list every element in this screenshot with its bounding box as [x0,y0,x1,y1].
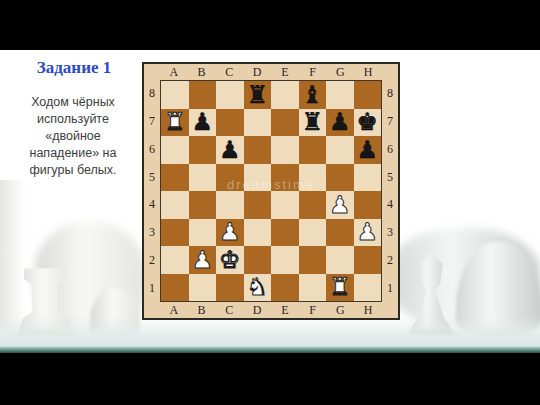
board-squares-area: ♜♝♜♟♜♟♚♟♟♟♟♟♟♚♞♜ dreamstime [160,80,382,302]
square-b7: ♟ [189,109,217,137]
square-b6 [189,136,217,164]
square-e7 [271,109,299,137]
square-c2: ♚ [216,246,244,274]
file-label: F [299,302,327,318]
task-line: используйте [4,111,142,128]
square-d4 [244,191,272,219]
rank-label: 4 [144,191,160,219]
board-grid: ♜♝♜♟♜♟♚♟♟♟♟♟♟♚♞♜ [161,81,381,301]
square-c5 [216,164,244,192]
square-g5 [326,164,354,192]
rank-label: 1 [382,274,398,302]
file-labels-top: ABCDEFGH [160,64,382,80]
glass-table-edge [0,345,540,353]
piece-black-pawn: ♟ [329,110,351,134]
square-h5 [354,164,382,192]
square-e5 [271,164,299,192]
square-b3 [189,219,217,247]
square-h4 [354,191,382,219]
piece-black-rook: ♜ [246,83,268,107]
task-line: «двойное [4,128,142,145]
square-b1 [189,274,217,302]
rank-label: 7 [144,108,160,136]
rank-label: 5 [382,163,398,191]
square-f5 [299,164,327,192]
square-a7: ♜ [161,109,189,137]
rank-label: 8 [144,80,160,108]
square-c4 [216,191,244,219]
piece-white-rook: ♜ [164,110,186,134]
file-label: D [243,64,271,80]
square-c3: ♟ [216,219,244,247]
slide-title: Задание 1 [10,58,138,78]
piece-black-king: ♚ [356,110,378,134]
square-g2 [326,246,354,274]
piece-white-pawn: ♟ [356,220,378,244]
square-b2: ♟ [189,246,217,274]
square-a1 [161,274,189,302]
task-line: фигуры белых. [4,162,142,179]
square-g6 [326,136,354,164]
square-a5 [161,164,189,192]
letterbox-top [0,0,540,50]
file-label: B [188,302,216,318]
square-a2 [161,246,189,274]
piece-black-pawn: ♟ [219,138,241,162]
file-label: C [216,302,244,318]
rank-labels-left: 87654321 [144,80,160,302]
rank-label: 6 [144,136,160,164]
rank-label: 8 [382,80,398,108]
file-label: D [243,302,271,318]
square-e3 [271,219,299,247]
square-f2 [299,246,327,274]
task-line: Ходом чёрных [4,94,142,111]
piece-white-pawn: ♟ [219,220,241,244]
square-f4 [299,191,327,219]
piece-white-pawn: ♟ [329,193,351,217]
rank-label: 3 [382,219,398,247]
file-label: E [271,302,299,318]
square-b8 [189,81,217,109]
square-b5 [189,164,217,192]
piece-white-king: ♚ [219,248,241,272]
square-a8 [161,81,189,109]
file-label: F [299,64,327,80]
square-d3 [244,219,272,247]
piece-white-pawn: ♟ [191,248,213,272]
square-c1 [216,274,244,302]
square-e4 [271,191,299,219]
square-g7: ♟ [326,109,354,137]
square-c7 [216,109,244,137]
file-label: C [216,64,244,80]
square-h3: ♟ [354,219,382,247]
piece-black-bishop: ♝ [301,83,323,107]
square-d7 [244,109,272,137]
file-label: H [354,302,382,318]
square-h7: ♚ [354,109,382,137]
square-e2 [271,246,299,274]
square-c8 [216,81,244,109]
task-line: нападение» на [4,145,142,162]
task-text: Ходом чёрных используйте «двойное нападе… [4,94,142,179]
square-h1 [354,274,382,302]
rank-label: 3 [144,219,160,247]
square-f6 [299,136,327,164]
square-g1: ♜ [326,274,354,302]
rank-label: 5 [144,163,160,191]
letterbox-bottom [0,353,540,405]
square-d1: ♞ [244,274,272,302]
square-g8 [326,81,354,109]
square-d2 [244,246,272,274]
file-label: B [188,64,216,80]
piece-white-rook: ♜ [329,275,351,299]
piece-black-pawn: ♟ [356,138,378,162]
file-label: A [160,64,188,80]
square-g4: ♟ [326,191,354,219]
rank-label: 6 [382,136,398,164]
square-h8 [354,81,382,109]
screenshot: Задание 1 Ходом чёрных используйте «двой… [0,0,540,405]
square-e1 [271,274,299,302]
square-f7: ♜ [299,109,327,137]
square-b4 [189,191,217,219]
file-label: A [160,302,188,318]
piece-white-knight: ♞ [246,275,268,299]
piece-black-pawn: ♟ [191,110,213,134]
square-f1 [299,274,327,302]
rank-label: 2 [382,247,398,275]
square-c6: ♟ [216,136,244,164]
square-g3 [326,219,354,247]
square-d5 [244,164,272,192]
square-d8: ♜ [244,81,272,109]
square-a6 [161,136,189,164]
square-a4 [161,191,189,219]
file-labels-bottom: ABCDEFGH [160,302,382,318]
rank-label: 7 [382,108,398,136]
file-label: H [354,64,382,80]
square-a3 [161,219,189,247]
rank-label: 1 [144,274,160,302]
file-label: G [327,302,355,318]
piece-black-rook: ♜ [301,110,323,134]
square-e6 [271,136,299,164]
chess-board: ABCDEFGH ABCDEFGH 87654321 87654321 ♜♝♜♟… [142,62,400,320]
rank-labels-right: 87654321 [382,80,398,302]
square-f3 [299,219,327,247]
rank-label: 2 [144,247,160,275]
square-e8 [271,81,299,109]
file-label: E [271,64,299,80]
square-d6 [244,136,272,164]
square-f8: ♝ [299,81,327,109]
square-h2 [354,246,382,274]
rank-label: 4 [382,191,398,219]
square-h6: ♟ [354,136,382,164]
file-label: G [327,64,355,80]
